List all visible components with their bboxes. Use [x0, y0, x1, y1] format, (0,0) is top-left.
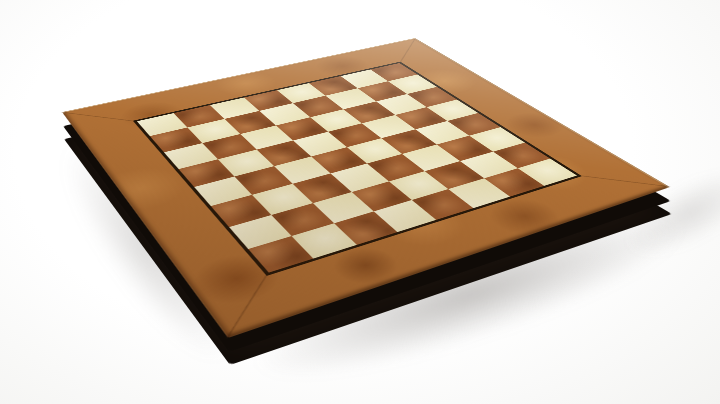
mitre-seam — [581, 176, 670, 187]
board-grid — [137, 63, 577, 273]
mitre-seam — [400, 38, 416, 62]
mitre-seam — [61, 112, 133, 121]
scene — [0, 0, 720, 404]
